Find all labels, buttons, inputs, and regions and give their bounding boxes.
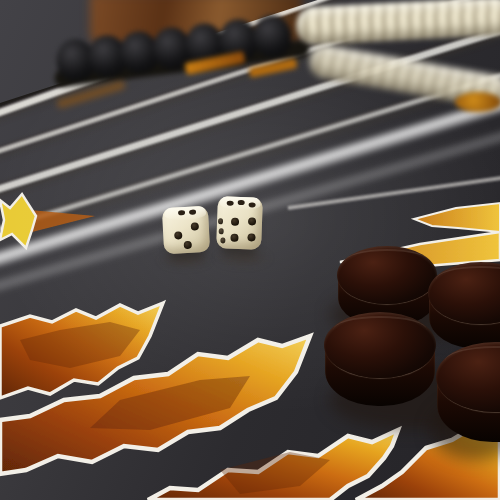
die-pip	[248, 217, 256, 225]
die-left[interactable]	[162, 206, 210, 254]
die-pip	[238, 200, 245, 205]
die-pip	[184, 241, 192, 249]
checker-top	[337, 246, 437, 304]
checker-dark-3[interactable]	[324, 312, 436, 378]
die-pip	[178, 210, 185, 215]
die-pip	[220, 237, 225, 243]
die-pip	[219, 228, 224, 234]
die-pip	[231, 218, 239, 226]
far-amber-blob	[455, 92, 500, 112]
die-left-reflection	[158, 252, 212, 269]
point-star-tip	[0, 194, 95, 248]
die-pip	[174, 231, 182, 239]
backgammon-scene	[0, 0, 500, 500]
die-pip	[247, 233, 255, 241]
die-right[interactable]	[216, 196, 263, 250]
die-pip	[189, 209, 196, 214]
die-right-reflection	[214, 248, 272, 268]
checker-dark-1[interactable]	[337, 246, 437, 304]
checker-top	[324, 312, 436, 378]
checker-dark-2[interactable]	[428, 262, 500, 324]
die-pip	[230, 234, 238, 242]
die-pip	[249, 202, 256, 207]
checker-dark-4[interactable]	[436, 342, 500, 412]
die-pip	[227, 201, 234, 206]
point-sliver-right-2	[414, 203, 500, 232]
die-pip	[218, 218, 223, 224]
die-pip	[191, 222, 199, 230]
